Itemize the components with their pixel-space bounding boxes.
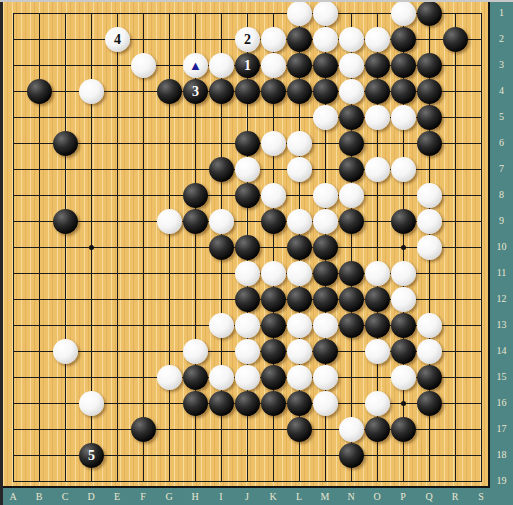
black-stone-P2 [391,27,416,52]
black-stone-Q15 [417,365,442,390]
white-stone-O7 [365,157,390,182]
white-stone-I3 [209,53,234,78]
white-stone-M8 [313,183,338,208]
white-stone-K3 [261,53,286,78]
black-stone-Q6 [417,131,442,156]
row-label-18: 18 [490,449,513,461]
black-stone-N12 [339,287,364,312]
white-stone-K2 [261,27,286,52]
black-stone-Q16 [417,391,442,416]
white-stone-L13 [287,313,312,338]
white-stone-I9 [209,209,234,234]
black-stone-J4 [235,79,260,104]
black-stone-Q1 [417,1,442,26]
black-stone-L17 [287,417,312,442]
column-label-M: M [317,491,333,503]
row-label-9: 9 [490,215,513,227]
black-stone-P17 [391,417,416,442]
black-stone-L16 [287,391,312,416]
grid-line-vertical [455,13,456,482]
white-stone-L11 [287,261,312,286]
hoshi-point [401,401,406,406]
row-label-14: 14 [490,345,513,357]
black-stone-G4 [157,79,182,104]
black-stone-I10 [209,235,234,260]
white-stone-Q14 [417,339,442,364]
white-stone-H3: ▲ [183,53,208,78]
row-label-5: 5 [490,111,513,123]
black-stone-J12 [235,287,260,312]
board-frame-line-bottom [3,486,490,488]
white-stone-N2 [339,27,364,52]
black-stone-H4: 3 [183,79,208,104]
white-stone-I13 [209,313,234,338]
black-stone-O17 [365,417,390,442]
black-stone-M10 [313,235,338,260]
black-stone-K13 [261,313,286,338]
white-stone-E2: 4 [105,27,130,52]
row-label-6: 6 [490,137,513,149]
white-stone-H14 [183,339,208,364]
white-stone-F3 [131,53,156,78]
black-stone-H16 [183,391,208,416]
column-label-E: E [109,491,125,503]
black-stone-Q3 [417,53,442,78]
white-stone-M2 [313,27,338,52]
white-stone-P12 [391,287,416,312]
white-stone-P15 [391,365,416,390]
grid-line-vertical [481,13,482,482]
row-label-19: 19 [490,475,513,487]
white-stone-K11 [261,261,286,286]
column-label-B: B [31,491,47,503]
black-stone-H8 [183,183,208,208]
black-stone-P3 [391,53,416,78]
black-stone-N18 [339,443,364,468]
black-stone-M3 [313,53,338,78]
black-stone-O3 [365,53,390,78]
black-stone-M14 [313,339,338,364]
row-label-16: 16 [490,397,513,409]
row-label-10: 10 [490,241,513,253]
white-stone-M9 [313,209,338,234]
column-label-Q: Q [421,491,437,503]
black-stone-J10 [235,235,260,260]
white-stone-N17 [339,417,364,442]
white-stone-N3 [339,53,364,78]
move-number-label: 2 [244,33,251,47]
black-stone-N5 [339,105,364,130]
black-stone-Q4 [417,79,442,104]
black-stone-H9 [183,209,208,234]
window-top-edge [0,0,513,2]
white-stone-L1 [287,1,312,26]
row-label-2: 2 [490,33,513,45]
white-stone-J15 [235,365,260,390]
grid-line-horizontal [13,481,482,482]
column-label-I: I [213,491,229,503]
white-stone-J2: 2 [235,27,260,52]
column-label-J: J [239,491,255,503]
white-stone-L7 [287,157,312,182]
row-label-11: 11 [490,267,513,279]
black-stone-K9 [261,209,286,234]
black-stone-L10 [287,235,312,260]
black-stone-J3: 1 [235,53,260,78]
column-label-D: D [83,491,99,503]
black-stone-K12 [261,287,286,312]
black-stone-N7 [339,157,364,182]
window-left-edge [0,0,3,505]
column-label-C: C [57,491,73,503]
white-stone-I15 [209,365,234,390]
white-stone-C14 [53,339,78,364]
white-stone-L15 [287,365,312,390]
column-label-G: G [161,491,177,503]
white-stone-Q8 [417,183,442,208]
black-stone-B4 [27,79,52,104]
white-stone-N8 [339,183,364,208]
black-stone-K4 [261,79,286,104]
row-label-13: 13 [490,319,513,331]
black-stone-I16 [209,391,234,416]
white-stone-P7 [391,157,416,182]
column-label-A: A [5,491,21,503]
black-stone-M4 [313,79,338,104]
black-stone-F17 [131,417,156,442]
white-stone-M13 [313,313,338,338]
triangle-marker: ▲ [189,59,202,72]
row-label-1: 1 [490,7,513,19]
black-stone-K16 [261,391,286,416]
white-stone-J7 [235,157,260,182]
black-stone-K15 [261,365,286,390]
black-stone-R2 [443,27,468,52]
column-label-S: S [473,491,489,503]
hoshi-point [89,245,94,250]
black-stone-N6 [339,131,364,156]
column-label-H: H [187,491,203,503]
white-stone-D16 [79,391,104,416]
black-stone-J8 [235,183,260,208]
black-stone-Q5 [417,105,442,130]
black-stone-P4 [391,79,416,104]
white-stone-Q13 [417,313,442,338]
white-stone-P1 [391,1,416,26]
move-number-label: 3 [192,85,199,99]
white-stone-K6 [261,131,286,156]
white-stone-K8 [261,183,286,208]
row-label-12: 12 [490,293,513,305]
go-game-window: 42▲13512345678910111213141516171819ABCDE… [0,0,513,505]
black-stone-P14 [391,339,416,364]
black-stone-L2 [287,27,312,52]
row-label-17: 17 [490,423,513,435]
white-stone-P5 [391,105,416,130]
white-stone-O14 [365,339,390,364]
black-stone-L3 [287,53,312,78]
black-stone-I7 [209,157,234,182]
white-stone-P11 [391,261,416,286]
black-stone-O12 [365,287,390,312]
move-number-label: 1 [244,59,251,73]
black-stone-P9 [391,209,416,234]
black-stone-N11 [339,261,364,286]
black-stone-L4 [287,79,312,104]
black-stone-H15 [183,365,208,390]
column-label-P: P [395,491,411,503]
white-stone-L14 [287,339,312,364]
white-stone-J13 [235,313,260,338]
black-stone-O4 [365,79,390,104]
black-stone-C6 [53,131,78,156]
black-stone-D18: 5 [79,443,104,468]
white-stone-O16 [365,391,390,416]
white-stone-O2 [365,27,390,52]
column-label-O: O [369,491,385,503]
row-label-15: 15 [490,371,513,383]
black-stone-J6 [235,131,260,156]
column-label-L: L [291,491,307,503]
hoshi-point [401,245,406,250]
move-number-label: 5 [88,449,95,463]
column-label-K: K [265,491,281,503]
black-stone-J16 [235,391,260,416]
black-stone-K14 [261,339,286,364]
white-stone-M16 [313,391,338,416]
black-stone-L12 [287,287,312,312]
column-label-N: N [343,491,359,503]
white-stone-O5 [365,105,390,130]
row-label-4: 4 [490,85,513,97]
black-stone-O13 [365,313,390,338]
white-stone-J11 [235,261,260,286]
column-label-R: R [447,491,463,503]
black-stone-M12 [313,287,338,312]
white-stone-L9 [287,209,312,234]
move-number-label: 4 [114,33,121,47]
white-stone-M5 [313,105,338,130]
black-stone-N13 [339,313,364,338]
black-stone-P13 [391,313,416,338]
black-stone-M11 [313,261,338,286]
white-stone-O11 [365,261,390,286]
row-label-3: 3 [490,59,513,71]
black-stone-N9 [339,209,364,234]
white-stone-M15 [313,365,338,390]
black-stone-I4 [209,79,234,104]
white-stone-N4 [339,79,364,104]
row-label-8: 8 [490,189,513,201]
white-stone-G9 [157,209,182,234]
row-label-7: 7 [490,163,513,175]
white-stone-G15 [157,365,182,390]
white-stone-J14 [235,339,260,364]
white-stone-Q9 [417,209,442,234]
white-stone-M1 [313,1,338,26]
white-stone-L6 [287,131,312,156]
black-stone-C9 [53,209,78,234]
column-label-F: F [135,491,151,503]
white-stone-D4 [79,79,104,104]
white-stone-Q10 [417,235,442,260]
